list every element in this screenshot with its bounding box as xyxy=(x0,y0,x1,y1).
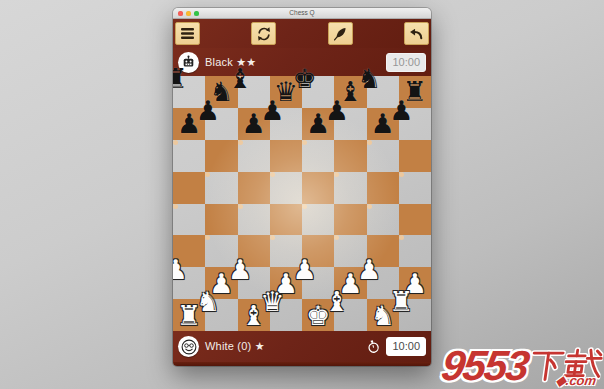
white-avatar xyxy=(178,336,199,357)
square-b1[interactable]: ♞ xyxy=(205,299,210,304)
square-b5[interactable] xyxy=(205,172,210,177)
square-d6[interactable] xyxy=(270,140,302,172)
black-pawn: ♟ xyxy=(325,97,349,124)
white-pawn: ♟ xyxy=(228,256,252,283)
black-king: ♚ xyxy=(292,65,316,92)
chess-board: ♜♞♝♛♚♝♞♜♟♟♟♟♟♟♟♟♟♟♟♟♟♟♟♟♜♞♝♛♚♝♞♜ xyxy=(173,76,431,331)
white-rook: ♜ xyxy=(389,288,413,315)
square-b3[interactable] xyxy=(205,235,210,240)
notation-button[interactable] xyxy=(328,22,353,45)
chess-app-window: Chess Q xyxy=(173,8,431,366)
square-e6[interactable] xyxy=(302,140,307,145)
square-f3[interactable] xyxy=(334,235,339,240)
refresh-icon xyxy=(256,26,272,42)
square-c8[interactable]: ♝ xyxy=(238,76,243,81)
white-pawn: ♟ xyxy=(357,256,381,283)
menu-button[interactable] xyxy=(175,22,200,45)
square-f4[interactable] xyxy=(334,204,366,236)
square-c6[interactable] xyxy=(238,140,243,145)
square-h5[interactable] xyxy=(399,172,404,177)
black-clock: 10:00 xyxy=(386,53,426,72)
white-queen: ♛ xyxy=(260,288,284,315)
desktop-background: Chess Q xyxy=(0,0,604,389)
square-d1[interactable]: ♛ xyxy=(270,299,275,304)
square-g5[interactable] xyxy=(367,172,399,204)
square-g4[interactable] xyxy=(367,204,372,209)
window-titlebar: Chess Q xyxy=(173,8,431,19)
square-a5[interactable] xyxy=(173,172,205,204)
feather-icon xyxy=(332,26,348,42)
black-knight: ♞ xyxy=(357,65,381,92)
square-g2[interactable]: ♟ xyxy=(367,267,372,272)
white-player-bar: White (0) ★ 10:00 xyxy=(173,331,431,362)
black-pawn: ♟ xyxy=(260,97,284,124)
square-b7[interactable]: ♟ xyxy=(205,108,210,113)
white-clock: 10:00 xyxy=(386,337,426,356)
square-g6[interactable] xyxy=(367,140,372,145)
white-player-label: White (0) ★ xyxy=(205,340,265,353)
square-f7[interactable]: ♟ xyxy=(334,108,339,113)
square-h6[interactable] xyxy=(399,140,431,172)
square-e2[interactable]: ♟ xyxy=(302,267,307,272)
new-game-button[interactable] xyxy=(251,22,276,45)
square-b4[interactable] xyxy=(205,204,237,236)
black-pawn: ♟ xyxy=(196,97,220,124)
square-e5[interactable] xyxy=(302,172,334,204)
square-c2[interactable]: ♟ xyxy=(238,267,243,272)
square-e4[interactable] xyxy=(302,204,307,209)
black-pawn: ♟ xyxy=(389,97,413,124)
square-a2[interactable]: ♟ xyxy=(173,267,178,272)
square-c5[interactable] xyxy=(238,172,270,204)
window-footer xyxy=(173,362,431,366)
square-g8[interactable]: ♞ xyxy=(367,76,372,81)
square-b6[interactable] xyxy=(205,140,237,172)
square-h7[interactable]: ♟ xyxy=(399,108,404,113)
square-f1[interactable]: ♝ xyxy=(334,299,339,304)
square-e8[interactable]: ♚ xyxy=(302,76,307,81)
square-h1[interactable]: ♜ xyxy=(399,299,404,304)
square-a4[interactable] xyxy=(173,204,178,209)
square-d3[interactable] xyxy=(270,235,275,240)
undo-button[interactable] xyxy=(404,22,429,45)
square-d4[interactable] xyxy=(270,204,302,236)
stopwatch-icon xyxy=(367,339,380,354)
square-f5[interactable] xyxy=(334,172,339,177)
white-knight: ♞ xyxy=(196,288,220,315)
toolbar xyxy=(173,19,431,48)
square-c4[interactable] xyxy=(238,204,243,209)
square-a6[interactable] xyxy=(173,140,178,145)
black-bishop: ♝ xyxy=(228,65,252,92)
square-a8[interactable]: ♜ xyxy=(173,76,178,81)
square-d5[interactable] xyxy=(270,172,275,177)
window-title: Chess Q xyxy=(173,8,431,18)
undo-arrow-icon xyxy=(408,26,424,42)
smiley-glasses-icon xyxy=(181,339,197,355)
white-bishop: ♝ xyxy=(325,288,349,315)
black-rook: ♜ xyxy=(173,65,188,92)
watermark: 9553 xyxy=(439,347,604,383)
square-h3[interactable] xyxy=(399,235,404,240)
watermark-number: 9553 xyxy=(439,349,529,383)
hamburger-icon xyxy=(180,27,195,40)
square-h4[interactable] xyxy=(399,204,431,236)
square-d7[interactable]: ♟ xyxy=(270,108,275,113)
square-f6[interactable] xyxy=(334,140,366,172)
white-pawn: ♟ xyxy=(292,256,316,283)
white-pawn: ♟ xyxy=(173,256,188,283)
watermark-com: ◆.com xyxy=(554,373,596,388)
